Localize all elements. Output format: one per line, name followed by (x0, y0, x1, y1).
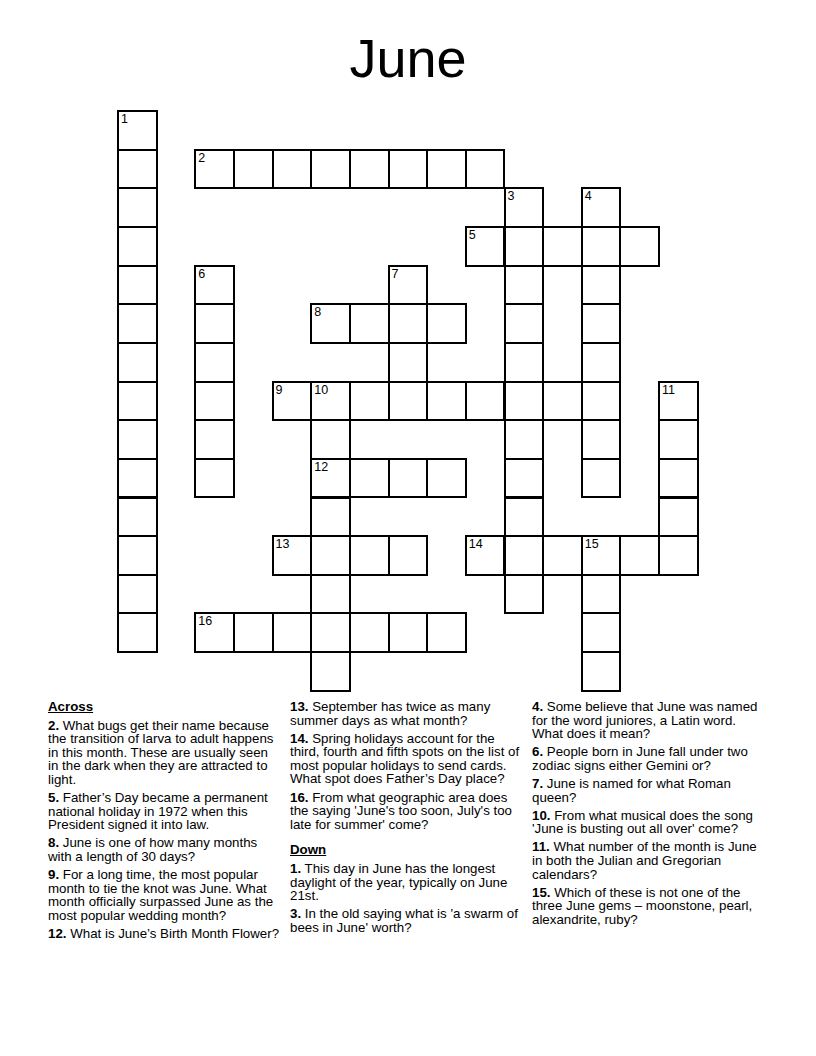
clue-number: 15. (532, 885, 551, 900)
clue-down-10: 10. From what musical does the song 'Jun… (532, 809, 764, 836)
clue-number: 11. (532, 839, 550, 854)
cell-number-6: 6 (198, 267, 205, 281)
cell-r10c5 (310, 497, 351, 538)
cell-r8c0 (117, 419, 158, 460)
clue-down-6: 6. People born in June fall under two zo… (532, 745, 764, 772)
cell-r6c7 (388, 342, 429, 383)
cell-r11c4: 13 (272, 535, 313, 576)
cell-r9c5: 12 (310, 458, 351, 499)
cell-r5c5: 8 (310, 303, 351, 344)
clue-across-9: 9. For a long time, the most popular mon… (48, 868, 280, 922)
cell-r6c0 (117, 342, 158, 383)
clue-number: 1. (290, 861, 301, 876)
cell-r6c10 (504, 342, 545, 383)
cell-r0c0: 1 (117, 110, 158, 151)
cell-r1c9 (465, 149, 506, 190)
cell-r11c7 (388, 535, 429, 576)
clue-down-15: 15. Which of these is not one of the thr… (532, 886, 764, 927)
cell-r4c10 (504, 265, 545, 306)
clue-number: 2. (48, 718, 59, 733)
cell-r4c0 (117, 265, 158, 306)
cell-r13c2: 16 (194, 612, 235, 653)
clues-section: Across2. What bugs get their name becaus… (48, 700, 764, 945)
clue-across-16: 16. From what geographic area does the s… (290, 791, 522, 832)
page: June 12345678910111213141516 Across2. Wh… (0, 0, 816, 1056)
cell-number-1: 1 (121, 112, 128, 126)
cell-r13c0 (117, 612, 158, 653)
cell-r11c5 (310, 535, 351, 576)
cell-r7c0 (117, 381, 158, 422)
cell-r9c0 (117, 458, 158, 499)
cell-r5c7 (388, 303, 429, 344)
cell-r3c9: 5 (465, 226, 506, 267)
cell-r13c7 (388, 612, 429, 653)
clues-column-1: Across2. What bugs get their name becaus… (48, 700, 280, 945)
clues-column-2: 13. September has twice as many summer d… (290, 700, 522, 939)
cell-r3c11 (542, 226, 583, 267)
cell-r8c5 (310, 419, 351, 460)
clue-down-1: 1. This day in June has the longest dayl… (290, 862, 522, 903)
cell-r7c4: 9 (272, 381, 313, 422)
cell-r6c12 (581, 342, 622, 383)
cell-r11c6 (349, 535, 390, 576)
cell-r13c6 (349, 612, 390, 653)
cell-r7c9 (465, 381, 506, 422)
cell-r3c13 (619, 226, 660, 267)
cell-r9c12 (581, 458, 622, 499)
cell-r11c13 (619, 535, 660, 576)
cell-r7c12 (581, 381, 622, 422)
cell-r9c10 (504, 458, 545, 499)
cell-r12c10 (504, 574, 545, 615)
clue-down-11: 11. What number of the month is June in … (532, 840, 764, 881)
cell-r13c3 (233, 612, 274, 653)
clue-number: 4. (532, 699, 543, 714)
clue-number: 9. (48, 867, 59, 882)
cell-r5c6 (349, 303, 390, 344)
cell-r5c12 (581, 303, 622, 344)
clue-across-13: 13. September has twice as many summer d… (290, 700, 522, 727)
cell-r1c5 (310, 149, 351, 190)
cell-number-3: 3 (508, 189, 515, 203)
cell-r12c0 (117, 574, 158, 615)
cell-number-12: 12 (314, 460, 328, 474)
cell-r9c8 (426, 458, 467, 499)
clue-number: 12. (48, 926, 67, 941)
cell-r5c10 (504, 303, 545, 344)
clue-number: 14. (290, 731, 309, 746)
cell-r7c10 (504, 381, 545, 422)
cell-number-2: 2 (198, 151, 205, 165)
cell-r7c5: 10 (310, 381, 351, 422)
cell-number-5: 5 (469, 228, 476, 242)
cell-r3c0 (117, 226, 158, 267)
clue-number: 3. (290, 906, 301, 921)
cell-r1c6 (349, 149, 390, 190)
cell-number-15: 15 (585, 537, 599, 551)
cell-number-11: 11 (662, 383, 675, 397)
cell-number-10: 10 (314, 383, 328, 397)
cell-r5c8 (426, 303, 467, 344)
clue-across-8: 8. June is one of how many months with a… (48, 836, 280, 863)
cell-r5c2 (194, 303, 235, 344)
cell-number-13: 13 (276, 537, 290, 551)
clue-across-5: 5. Father’s Day became a permanent natio… (48, 791, 280, 832)
cell-r11c12: 15 (581, 535, 622, 576)
cell-number-8: 8 (314, 305, 321, 319)
cell-r1c3 (233, 149, 274, 190)
cell-r12c12 (581, 574, 622, 615)
cell-number-14: 14 (469, 537, 483, 551)
cell-r3c12 (581, 226, 622, 267)
cell-r8c10 (504, 419, 545, 460)
cell-r13c4 (272, 612, 313, 653)
cell-r7c2 (194, 381, 235, 422)
cell-r7c11 (542, 381, 583, 422)
clue-number: 8. (48, 835, 59, 850)
clue-down-4: 4. Some believe that June was named for … (532, 700, 764, 741)
clue-down-3: 3. In the old saying what is 'a swarm of… (290, 907, 522, 934)
clue-number: 5. (48, 790, 59, 805)
cell-r14c5 (310, 651, 351, 692)
cell-number-4: 4 (585, 189, 592, 203)
cell-r11c11 (542, 535, 583, 576)
cell-r7c6 (349, 381, 390, 422)
clue-across-12: 12. What is June’s Birth Month Flower? (48, 927, 280, 941)
cell-r4c7: 7 (388, 265, 429, 306)
clue-across-14: 14. Spring holidays account for the thir… (290, 732, 522, 786)
cell-r11c14 (658, 535, 699, 576)
clue-number: 16. (290, 790, 309, 805)
clue-number: 7. (532, 776, 543, 791)
clue-number: 10. (532, 808, 551, 823)
down-heading: Down (290, 843, 522, 857)
cell-r8c12 (581, 419, 622, 460)
cell-r2c0 (117, 187, 158, 228)
cell-r8c2 (194, 419, 235, 460)
cell-r11c0 (117, 535, 158, 576)
cell-r1c2: 2 (194, 149, 235, 190)
cell-r4c12 (581, 265, 622, 306)
cell-r7c7 (388, 381, 429, 422)
cell-r7c14: 11 (658, 381, 699, 422)
cell-number-9: 9 (276, 383, 283, 397)
cell-r13c12 (581, 612, 622, 653)
clue-across-2: 2. What bugs get their name because the … (48, 719, 280, 787)
cell-r2c12: 4 (581, 187, 622, 228)
across-heading: Across (48, 700, 280, 714)
cell-r1c4 (272, 149, 313, 190)
cell-r12c5 (310, 574, 351, 615)
clue-number: 6. (532, 744, 543, 759)
cell-r11c9: 14 (465, 535, 506, 576)
cell-r13c8 (426, 612, 467, 653)
cell-r8c14 (658, 419, 699, 460)
cell-r13c5 (310, 612, 351, 653)
cell-r11c10 (504, 535, 545, 576)
cell-r1c7 (388, 149, 429, 190)
cell-r14c12 (581, 651, 622, 692)
cell-r5c0 (117, 303, 158, 344)
cell-r10c10 (504, 497, 545, 538)
cell-r3c10 (504, 226, 545, 267)
cell-r9c2 (194, 458, 235, 499)
cell-number-16: 16 (198, 614, 212, 628)
cell-r6c2 (194, 342, 235, 383)
cell-r2c10: 3 (504, 187, 545, 228)
cell-r4c2: 6 (194, 265, 235, 306)
cell-r9c6 (349, 458, 390, 499)
cell-r10c14 (658, 497, 699, 538)
cell-r9c14 (658, 458, 699, 499)
clues-column-3: 4. Some believe that June was named for … (532, 700, 764, 931)
cell-r9c7 (388, 458, 429, 499)
cell-r1c8 (426, 149, 467, 190)
cell-r1c0 (117, 149, 158, 190)
cell-r10c0 (117, 497, 158, 538)
clue-down-7: 7. June is named for what Roman queen? (532, 777, 764, 804)
cell-r7c8 (426, 381, 467, 422)
clue-number: 13. (290, 699, 309, 714)
cell-number-7: 7 (392, 267, 399, 281)
